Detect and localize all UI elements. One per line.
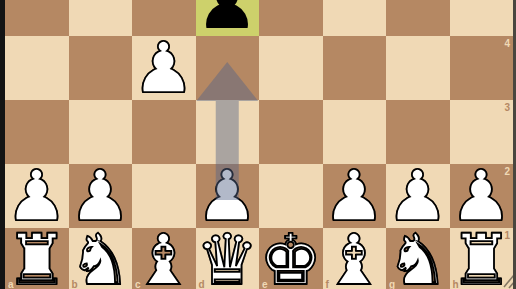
square-f5[interactable] bbox=[323, 0, 387, 36]
white-knight-b1[interactable]: ♞ bbox=[69, 228, 133, 289]
white-knight-g1[interactable]: ♞ bbox=[386, 228, 450, 289]
square-c4[interactable]: ♟ bbox=[132, 36, 196, 100]
square-d5[interactable]: ♟ bbox=[196, 0, 260, 36]
square-d4[interactable] bbox=[196, 36, 260, 100]
square-a1[interactable]: ♜a bbox=[5, 228, 69, 289]
rank-label-2: 2 bbox=[504, 167, 510, 177]
file-label-a: a bbox=[8, 280, 14, 289]
square-d1[interactable]: ♛d bbox=[196, 228, 260, 289]
file-label-b: b bbox=[72, 280, 78, 289]
file-label-f: f bbox=[326, 280, 329, 289]
rank-label-4: 4 bbox=[504, 39, 510, 49]
square-e3[interactable] bbox=[259, 100, 323, 164]
square-a4[interactable] bbox=[5, 36, 69, 100]
square-g1[interactable]: ♞g bbox=[386, 228, 450, 289]
white-king-e1[interactable]: ♚ bbox=[259, 228, 323, 289]
file-label-c: c bbox=[135, 280, 141, 289]
file-label-e: e bbox=[262, 280, 268, 289]
square-e5[interactable] bbox=[259, 0, 323, 36]
file-label-g: g bbox=[389, 280, 395, 289]
white-pawn-c4[interactable]: ♟ bbox=[132, 36, 196, 100]
white-rook-a1[interactable]: ♜ bbox=[5, 228, 69, 289]
file-label-h: h bbox=[453, 280, 459, 289]
screen: ♟♟43♟♟♟♟♟♟2♜a♞b♝c♛d♚e♝f♞g♜1h bbox=[0, 0, 516, 289]
square-e4[interactable] bbox=[259, 36, 323, 100]
white-bishop-c1[interactable]: ♝ bbox=[132, 228, 196, 289]
square-g5[interactable] bbox=[386, 0, 450, 36]
square-f4[interactable] bbox=[323, 36, 387, 100]
square-b4[interactable] bbox=[69, 36, 133, 100]
square-c1[interactable]: ♝c bbox=[132, 228, 196, 289]
square-h4[interactable]: 4 bbox=[450, 36, 514, 100]
chess-board[interactable]: ♟♟43♟♟♟♟♟♟2♜a♞b♝c♛d♚e♝f♞g♜1h bbox=[5, 0, 513, 289]
square-f1[interactable]: ♝f bbox=[323, 228, 387, 289]
square-b5[interactable] bbox=[69, 0, 133, 36]
rank-label-3: 3 bbox=[504, 103, 510, 113]
white-queen-d1[interactable]: ♛ bbox=[196, 228, 260, 289]
rank-label-1: 1 bbox=[504, 231, 510, 241]
square-c3[interactable] bbox=[132, 100, 196, 164]
square-b1[interactable]: ♞b bbox=[69, 228, 133, 289]
square-e1[interactable]: ♚e bbox=[259, 228, 323, 289]
square-h5[interactable] bbox=[450, 0, 514, 36]
file-label-d: d bbox=[199, 280, 205, 289]
square-a5[interactable] bbox=[5, 0, 69, 36]
white-bishop-f1[interactable]: ♝ bbox=[323, 228, 387, 289]
square-g4[interactable] bbox=[386, 36, 450, 100]
black-pawn-d5[interactable]: ♟ bbox=[196, 0, 260, 36]
